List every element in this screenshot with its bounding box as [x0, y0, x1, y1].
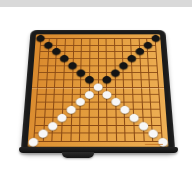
- stone-white: ●: [27, 136, 38, 147]
- board-surface: ●●●●●●●●●●●●●●●●●●●●●●●●●●●●●: [27, 34, 168, 146]
- magnetic-go-board: ●●●●●●●●●●●●●●●●●●●●●●●●●●●●●: [20, 30, 175, 153]
- stones-layer: ●●●●●●●●●●●●●●●●●●●●●●●●●●●●●: [33, 38, 163, 142]
- fine-print-text: [144, 143, 162, 144]
- board-frame: ●●●●●●●●●●●●●●●●●●●●●●●●●●●●●: [20, 30, 175, 153]
- product-photo: ●●●●●●●●●●●●●●●●●●●●●●●●●●●●●: [0, 0, 192, 192]
- photo-top-strip: [0, 0, 192, 7]
- board-front-edge: [19, 147, 178, 153]
- stone-white: ●: [157, 136, 168, 147]
- latch-tab: [62, 152, 94, 158]
